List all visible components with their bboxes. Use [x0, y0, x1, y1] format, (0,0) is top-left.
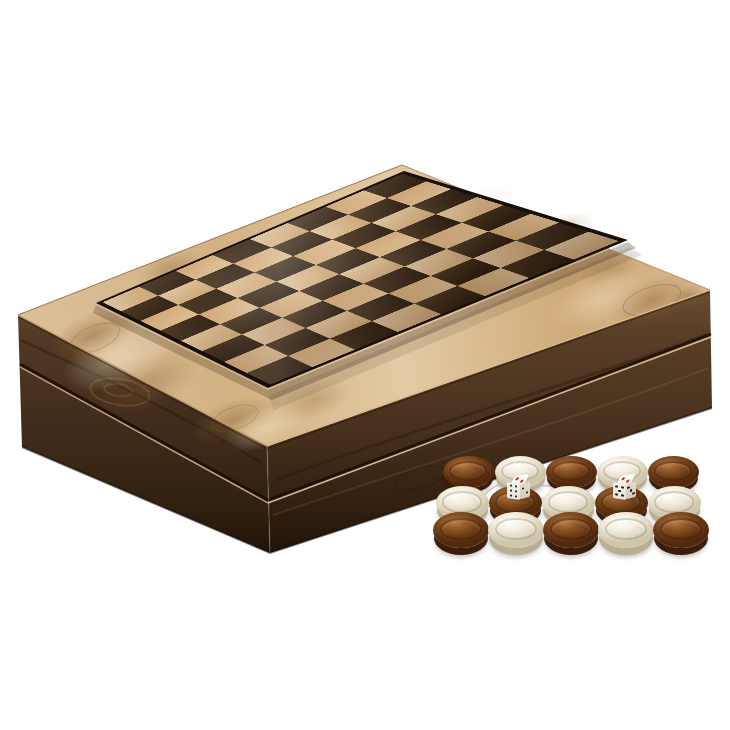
die-pip [621, 486, 624, 489]
die-pip [522, 487, 524, 490]
checker-brown [433, 512, 489, 548]
die-front-face [507, 482, 520, 500]
die-pip [510, 484, 513, 487]
die-pip [615, 485, 618, 488]
checker-brown [443, 456, 494, 488]
die-pip [515, 490, 518, 493]
die-side-face [626, 482, 636, 500]
die-side-face [520, 482, 530, 500]
die-pip [618, 489, 621, 492]
die-pip [632, 492, 634, 495]
checker-brown [546, 456, 597, 488]
die-pip [510, 489, 513, 492]
die [613, 475, 637, 502]
checker-white [598, 512, 654, 548]
die-pip [515, 477, 519, 481]
die-pip [615, 493, 618, 496]
product-photo-scene [0, 0, 730, 730]
checker-brown [543, 512, 599, 548]
die [507, 475, 531, 502]
die-pip [510, 494, 513, 497]
die-pip [621, 494, 624, 497]
die-pip [621, 477, 625, 481]
checker-brown [653, 512, 709, 548]
die-pip [515, 495, 518, 498]
checker-brown [648, 456, 699, 488]
die-pip [515, 485, 518, 488]
checker-white [488, 512, 544, 548]
die-pip [526, 491, 528, 494]
die-front-face [613, 482, 626, 500]
game-case [0, 0, 730, 730]
